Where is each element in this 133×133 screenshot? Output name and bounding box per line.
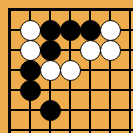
go-board[interactable] [0, 0, 133, 133]
white-stone [40, 60, 61, 81]
black-stone [80, 20, 101, 41]
board-intersections [0, 0, 133, 133]
white-stone [20, 20, 41, 41]
black-stone [20, 60, 41, 81]
white-stone [80, 40, 101, 61]
white-stone [60, 60, 81, 81]
white-stone [100, 40, 121, 61]
black-stone [20, 80, 41, 101]
white-stone [20, 40, 41, 61]
black-stone [40, 100, 61, 121]
black-stone [60, 20, 81, 41]
black-stone [40, 20, 61, 41]
white-stone [100, 20, 121, 41]
black-stone [40, 40, 61, 61]
